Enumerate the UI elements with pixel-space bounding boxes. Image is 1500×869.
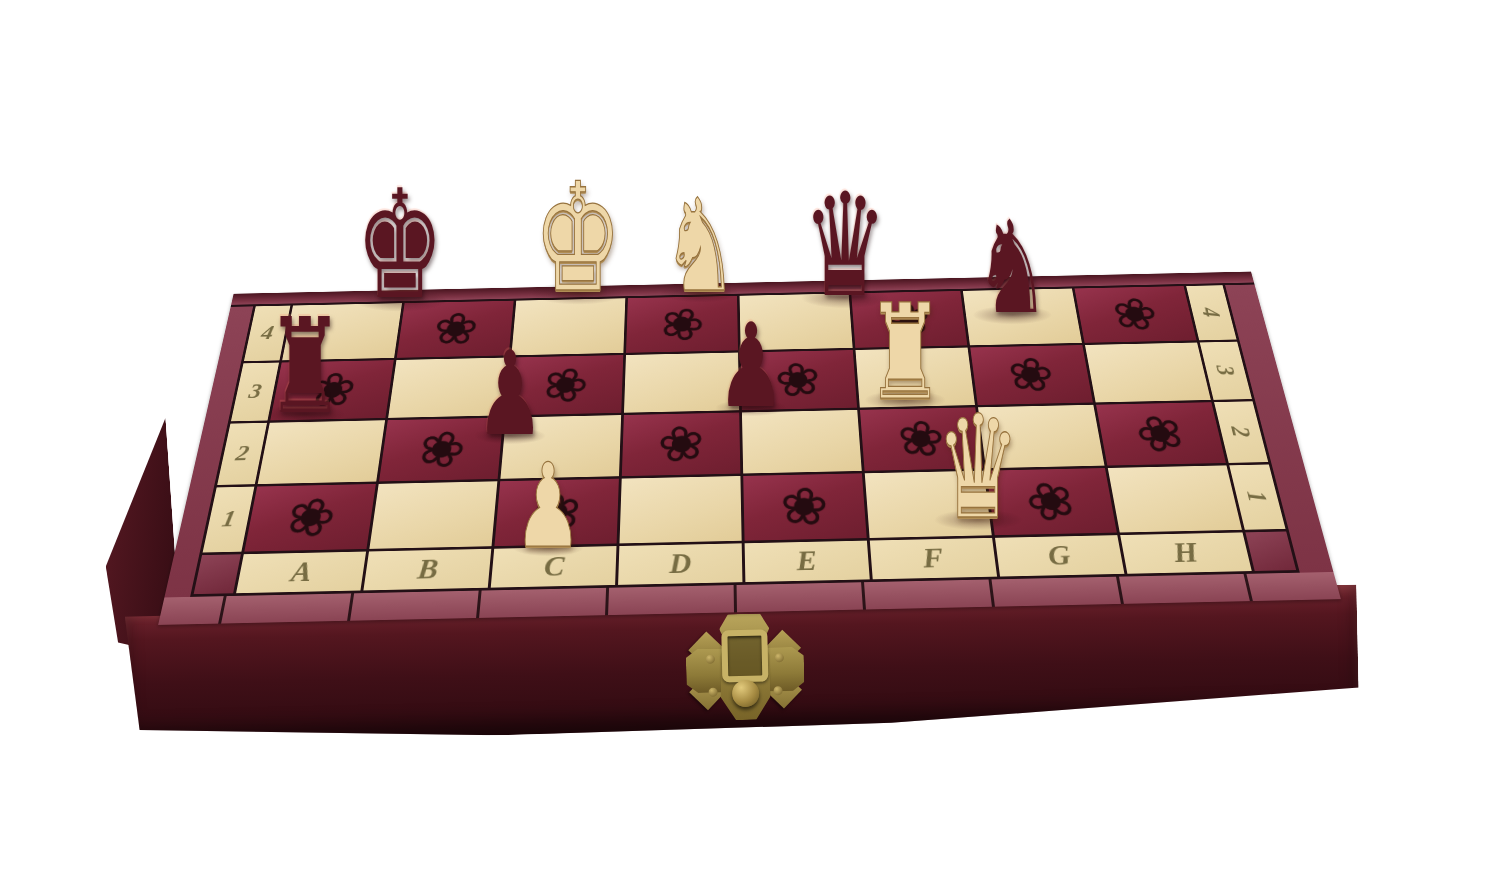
flower-motif-icon: ❀ (277, 487, 345, 546)
file-label-text: B (416, 553, 440, 585)
square-h1[interactable] (1108, 465, 1242, 532)
file-label-text: A (289, 556, 315, 588)
square-d1[interactable] (619, 476, 741, 543)
rank-label-text: 2 (1225, 426, 1256, 437)
flower-motif-icon: ❀ (777, 479, 830, 533)
flower-motif-icon: ❀ (654, 416, 708, 470)
piece-light-knight-d4[interactable]: ♞ (662, 182, 738, 310)
flower-motif-icon: ❀ (409, 420, 474, 477)
square-h3[interactable] (1085, 343, 1211, 403)
piece-dark-pawn-c2[interactable]: ♟ (476, 336, 545, 452)
file-label-text: H (1170, 537, 1200, 569)
board-corner-left (194, 554, 241, 594)
file-label-text: G (1046, 540, 1073, 572)
clasp-hasp-loop (721, 629, 768, 682)
piece-light-pawn-c1[interactable]: ♟ (513, 448, 582, 564)
rank-label-text: 3 (247, 380, 264, 404)
rank-label-text: 1 (220, 506, 238, 532)
flower-motif-icon: ❀ (1016, 470, 1085, 532)
flower-motif-icon: ❀ (1126, 404, 1194, 461)
brass-clasp-icon (685, 613, 805, 724)
piece-light-king-c4[interactable]: ♚ (534, 163, 623, 313)
piece-dark-knight-g4[interactable]: ♞ (974, 204, 1050, 332)
square-e1[interactable]: ❀ (743, 473, 866, 540)
board-corner-right (1245, 531, 1296, 571)
piece-dark-rook-a2[interactable]: ♜ (266, 300, 344, 432)
file-label-h: H (1120, 532, 1252, 573)
rank-label-text: 2 (234, 441, 252, 466)
piece-light-rook-f3[interactable]: ♜ (866, 286, 944, 418)
piece-dark-king-a4[interactable]: ♚ (356, 170, 445, 320)
rank-label-text: 3 (1210, 365, 1240, 376)
chess-box-photo: 4❀❀❀❀43❀❀❀❀32❀❀❀❀21❀❀❀❀1ABCDEFGH ♚♞♛♚♞♜♟… (0, 0, 1500, 869)
file-label-b: B (363, 549, 491, 591)
file-label-a: A (236, 552, 366, 594)
square-h4[interactable]: ❀ (1075, 286, 1197, 343)
piece-dark-pawn-e2[interactable]: ♟ (717, 308, 786, 424)
flower-motif-icon: ❀ (1110, 289, 1158, 337)
file-label-e: E (745, 541, 870, 582)
piece-light-queen-f1[interactable]: ♛ (936, 396, 1021, 539)
square-b1[interactable] (369, 481, 497, 549)
square-a1[interactable]: ❀ (244, 484, 376, 552)
file-label-text: E (796, 545, 818, 577)
rank-label-text: 1 (1241, 491, 1273, 503)
rank-label-text: 4 (1196, 307, 1226, 317)
file-label-text: D (669, 548, 691, 580)
square-h2[interactable]: ❀ (1096, 402, 1226, 465)
file-label-d: D (618, 543, 742, 585)
